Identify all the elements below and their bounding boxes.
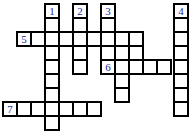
- grid-cell-r4c11[interactable]: [156, 59, 172, 75]
- grid-cell-r6c8[interactable]: [114, 87, 130, 103]
- clue-number-7: 7: [7, 104, 13, 115]
- grid-cell-r7c6[interactable]: [86, 101, 102, 117]
- clue-number-4: 4: [178, 6, 184, 17]
- grid-cell-r7c12[interactable]: [173, 101, 189, 117]
- clue-number-6: 6: [105, 62, 111, 73]
- clue-number-2: 2: [77, 6, 83, 17]
- grid-cell-r8c3[interactable]: [44, 115, 60, 131]
- clue-number-1: 1: [49, 6, 55, 17]
- crossword-grid: 1234567: [0, 0, 192, 135]
- grid-cell-r4c5[interactable]: [72, 59, 88, 75]
- clue-number-5: 5: [21, 34, 27, 45]
- clue-number-3: 3: [105, 6, 111, 17]
